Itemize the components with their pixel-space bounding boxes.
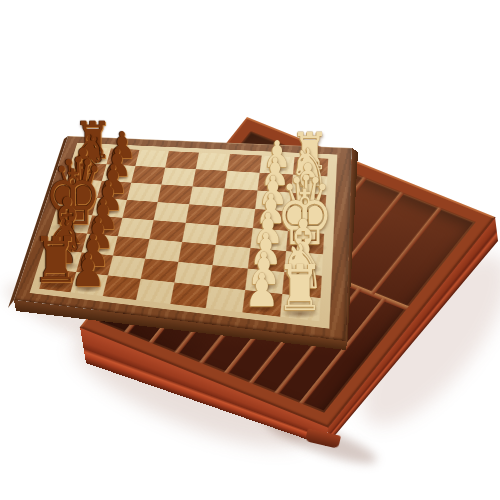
- piece-white-pawn-h2[interactable]: ♟: [244, 269, 279, 315]
- square-c4: [189, 186, 224, 206]
- piece-white-rook-h1[interactable]: ♜: [276, 257, 324, 320]
- piece-black-pawn-h7[interactable]: ♟: [70, 249, 105, 295]
- square-a6: [135, 150, 168, 168]
- square-b5: [161, 168, 195, 187]
- square-a5: [165, 151, 199, 169]
- chess-set-photo: ♜♟♟♜♞♟♟♞♝♟♟♝♛♟♟♛♚♟♟♝♚♟♟♞♝♟♜♟♟♞♟♜: [0, 0, 500, 500]
- square-h5: [136, 279, 174, 304]
- square-d6: [122, 200, 157, 220]
- square-h3: [206, 286, 245, 312]
- square-b6: [131, 166, 165, 185]
- square-a3: [227, 154, 261, 173]
- square-h6: [103, 275, 141, 300]
- square-a4: [196, 153, 230, 171]
- square-b3: [225, 171, 260, 191]
- square-h4: [170, 282, 209, 308]
- square-b4: [193, 169, 228, 188]
- square-c5: [158, 185, 193, 205]
- square-c6: [127, 183, 162, 202]
